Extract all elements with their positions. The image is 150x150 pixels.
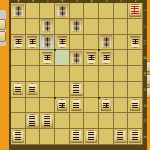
square-9d[interactable]	[11, 50, 26, 66]
rank-label-f: 六	[143, 82, 147, 98]
kanji-glyph	[117, 132, 123, 136]
square-5b[interactable]	[70, 19, 85, 35]
kanji-glyph	[132, 132, 138, 136]
square-1d[interactable]	[128, 50, 143, 66]
square-4g[interactable]	[84, 98, 99, 114]
kanji-glyph	[59, 103, 65, 108]
square-7a[interactable]	[40, 3, 55, 19]
kanji-glyph	[73, 85, 79, 89]
square-7g[interactable]	[40, 98, 55, 114]
rank-label-d: 四	[143, 50, 147, 66]
piece-pawn-sente[interactable]	[101, 99, 112, 111]
rank-label-h: 八	[143, 113, 147, 129]
square-9e[interactable]	[11, 66, 26, 82]
rank-label-i: 九	[143, 129, 147, 145]
kanji-glyph	[15, 39, 21, 44]
square-5a[interactable]	[70, 3, 85, 19]
piece-pawn-gote[interactable]	[42, 52, 53, 64]
square-4i[interactable]	[84, 129, 99, 145]
square-4b[interactable]	[84, 19, 99, 35]
rank-label-g: 七	[143, 98, 147, 114]
square-4a[interactable]	[84, 3, 99, 19]
square-1b[interactable]	[128, 19, 143, 35]
piece-gold-gote[interactable]	[56, 4, 69, 18]
kanji-glyph	[73, 53, 79, 57]
square-4h[interactable]	[84, 113, 99, 129]
square-1h[interactable]	[128, 113, 143, 129]
square-6a[interactable]	[55, 3, 70, 19]
square-6f[interactable]	[55, 82, 70, 98]
hand-piece-tile[interactable]	[0, 19, 6, 30]
rank-labels: 一二三四五六七八九	[143, 3, 147, 145]
square-1e[interactable]	[128, 66, 143, 82]
kanji-glyph	[44, 42, 50, 46]
kanji-glyph	[29, 121, 35, 125]
shogi-app: 987654321 一二三四五六七八九	[0, 0, 150, 150]
shogi-board	[11, 3, 143, 145]
square-5c[interactable]	[70, 35, 85, 51]
kanji-glyph	[73, 103, 79, 108]
piece-pawn-gote[interactable]	[86, 52, 97, 64]
square-3f[interactable]	[99, 82, 114, 98]
square-1g[interactable]	[128, 98, 143, 114]
kanji-glyph	[44, 27, 50, 31]
square-6i[interactable]	[55, 129, 70, 145]
square-3h[interactable]	[99, 113, 114, 129]
square-8d[interactable]	[26, 50, 41, 66]
square-8e[interactable]	[26, 66, 41, 82]
kanji-glyph	[132, 103, 138, 108]
square-9f[interactable]	[11, 82, 26, 98]
square-3i[interactable]	[99, 129, 114, 145]
square-4c[interactable]	[84, 35, 99, 51]
piece-knight-gote[interactable]	[100, 35, 113, 49]
kanji-glyph	[131, 6, 139, 14]
kanji-glyph	[15, 132, 21, 136]
hand-piece-tile[interactable]	[0, 31, 6, 42]
square-9i[interactable]	[11, 129, 26, 145]
kanji-glyph	[88, 55, 94, 60]
piece-lance-sente[interactable]	[129, 130, 142, 144]
kanji-glyph	[103, 103, 109, 108]
piece-king-sente[interactable]	[26, 114, 39, 128]
kanji-glyph	[88, 137, 94, 141]
piece-silver-gote[interactable]	[70, 51, 83, 65]
piece-pawn-gote[interactable]	[101, 52, 112, 64]
square-4f[interactable]	[84, 82, 99, 98]
square-5i[interactable]	[70, 129, 85, 145]
square-9a[interactable]	[11, 3, 26, 19]
piece-gold-sente[interactable]	[70, 130, 83, 144]
kanji-glyph	[59, 11, 65, 15]
square-2c[interactable]	[114, 35, 129, 51]
kanji-glyph	[29, 39, 35, 44]
piece-pawn-gote[interactable]	[57, 36, 68, 48]
square-4e[interactable]	[84, 66, 99, 82]
piece-silver-sente[interactable]	[70, 83, 83, 97]
square-1i[interactable]	[128, 129, 143, 145]
rank-label-e: 五	[143, 66, 147, 82]
kanji-glyph	[44, 21, 50, 25]
square-2b[interactable]	[114, 19, 129, 35]
square-8b[interactable]	[26, 19, 41, 35]
piece-knight-sente[interactable]	[114, 130, 127, 144]
kanji-glyph	[117, 137, 123, 141]
square-8a[interactable]	[26, 3, 41, 19]
square-7f[interactable]	[40, 82, 55, 98]
square-1f[interactable]	[128, 82, 143, 98]
piece-pawn-sente[interactable]	[57, 99, 68, 111]
square-2a[interactable]	[114, 3, 129, 19]
square-7b[interactable]	[40, 19, 55, 35]
square-5f[interactable]	[70, 82, 85, 98]
square-8h[interactable]	[26, 113, 41, 129]
kanji-glyph	[132, 39, 138, 44]
kanji-glyph	[59, 6, 65, 10]
square-2g[interactable]	[114, 98, 129, 114]
piece-king-gote[interactable]	[41, 19, 54, 33]
square-8f[interactable]	[26, 82, 41, 98]
board-frame: 987654321 一二三四五六七八九	[9, 0, 147, 150]
square-2i[interactable]	[114, 129, 129, 145]
piece-pawn-gote[interactable]	[13, 36, 24, 48]
piece-pawn-sente[interactable]	[130, 99, 141, 111]
kanji-glyph	[103, 55, 109, 60]
square-5h[interactable]	[70, 113, 85, 129]
square-3b[interactable]	[99, 19, 114, 35]
piece-silver-sente[interactable]	[85, 130, 98, 144]
square-6d[interactable]	[55, 50, 70, 66]
square-9c[interactable]	[11, 35, 26, 51]
piece-gold-sente[interactable]	[41, 114, 54, 128]
square-5d[interactable]	[70, 50, 85, 66]
square-2h[interactable]	[114, 113, 129, 129]
piece-pawn-sente[interactable]	[71, 99, 82, 111]
square-4d[interactable]	[84, 50, 99, 66]
square-7d[interactable]	[40, 50, 55, 66]
square-3a[interactable]	[99, 3, 114, 19]
square-2d[interactable]	[114, 50, 129, 66]
piece-pawn-sente[interactable]	[27, 83, 38, 95]
square-9h[interactable]	[11, 113, 26, 129]
piece-pawn-gote[interactable]	[27, 36, 38, 48]
square-6c[interactable]	[55, 35, 70, 51]
kanji-glyph	[73, 27, 79, 31]
square-7h[interactable]	[40, 113, 55, 129]
kanji-glyph	[15, 87, 21, 92]
kanji-glyph	[29, 87, 35, 92]
kanji-glyph	[73, 21, 79, 25]
square-3e[interactable]	[99, 66, 114, 82]
kanji-glyph	[15, 6, 21, 10]
kanji-glyph	[73, 90, 79, 94]
piece-lance-gote[interactable]	[12, 4, 25, 18]
square-3g[interactable]	[99, 98, 114, 114]
square-6g[interactable]	[55, 98, 70, 114]
square-8i[interactable]	[26, 129, 41, 145]
square-9b[interactable]	[11, 19, 26, 35]
square-3c[interactable]	[99, 35, 114, 51]
piece-lance-sente[interactable]	[12, 130, 25, 144]
rank-label-b: 二	[143, 19, 147, 35]
rank-label-c: 三	[143, 35, 147, 51]
square-5g[interactable]	[70, 98, 85, 114]
kanji-glyph	[73, 137, 79, 141]
square-7i[interactable]	[40, 129, 55, 145]
square-7e[interactable]	[40, 66, 55, 82]
kanji-glyph	[29, 116, 35, 120]
piece-pawn-sente[interactable]	[13, 83, 24, 95]
square-1a[interactable]	[128, 3, 143, 19]
kanji-glyph	[15, 137, 21, 141]
piece-pawn-gote[interactable]	[130, 36, 141, 48]
rank-label-a: 一	[143, 3, 147, 19]
kanji-glyph	[88, 132, 94, 136]
square-6h[interactable]	[55, 113, 70, 129]
piece-gold-gote[interactable]	[70, 19, 83, 33]
square-3d[interactable]	[99, 50, 114, 66]
kanji-glyph	[73, 132, 79, 136]
piece-silver-gote[interactable]	[41, 35, 54, 49]
kanji-glyph	[103, 37, 109, 41]
square-8c[interactable]	[26, 35, 41, 51]
kanji-glyph	[15, 11, 21, 15]
square-6e[interactable]	[55, 66, 70, 82]
square-9g[interactable]	[11, 98, 26, 114]
kanji-glyph	[59, 39, 65, 44]
square-2f[interactable]	[114, 82, 129, 98]
square-6b[interactable]	[55, 19, 70, 35]
square-8g[interactable]	[26, 98, 41, 114]
square-7c[interactable]	[40, 35, 55, 51]
square-5e[interactable]	[70, 66, 85, 82]
kanji-glyph	[132, 137, 138, 141]
kanji-glyph	[44, 121, 50, 125]
kanji-glyph	[44, 55, 50, 60]
piece-dragon-sente[interactable]	[129, 4, 142, 18]
kanji-glyph	[44, 116, 50, 120]
kanji-glyph	[73, 58, 79, 62]
kanji-glyph	[103, 42, 109, 46]
square-1c[interactable]	[128, 35, 143, 51]
square-2e[interactable]	[114, 66, 129, 82]
kanji-glyph	[44, 37, 50, 41]
